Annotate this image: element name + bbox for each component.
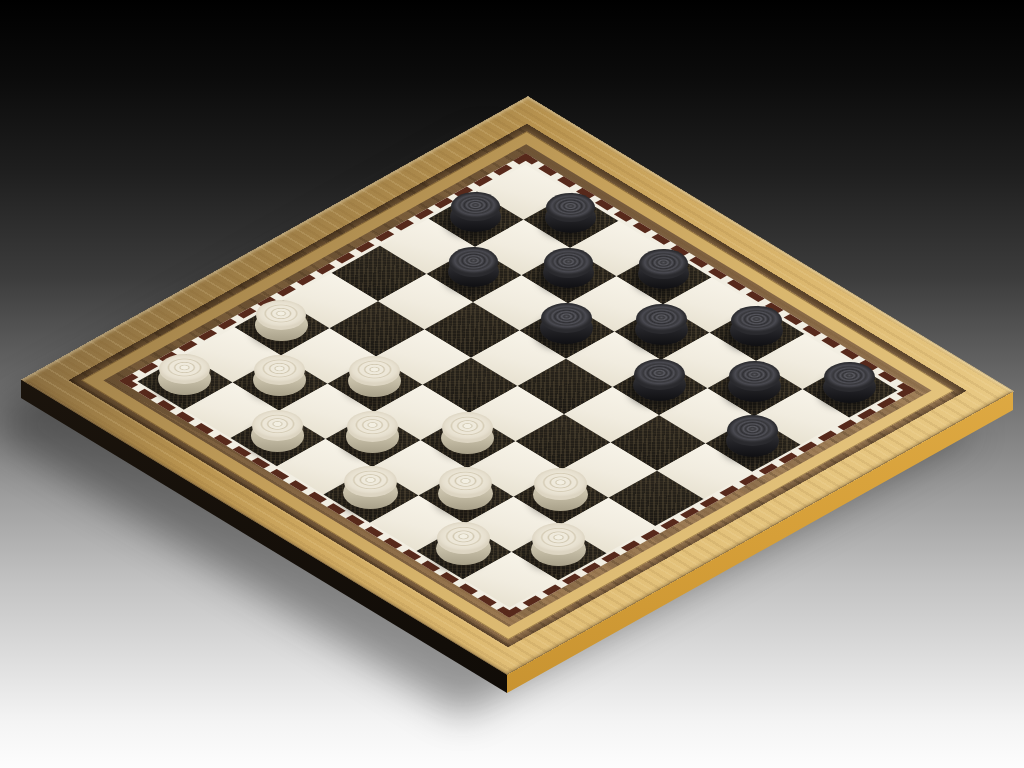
scene — [0, 0, 1024, 768]
